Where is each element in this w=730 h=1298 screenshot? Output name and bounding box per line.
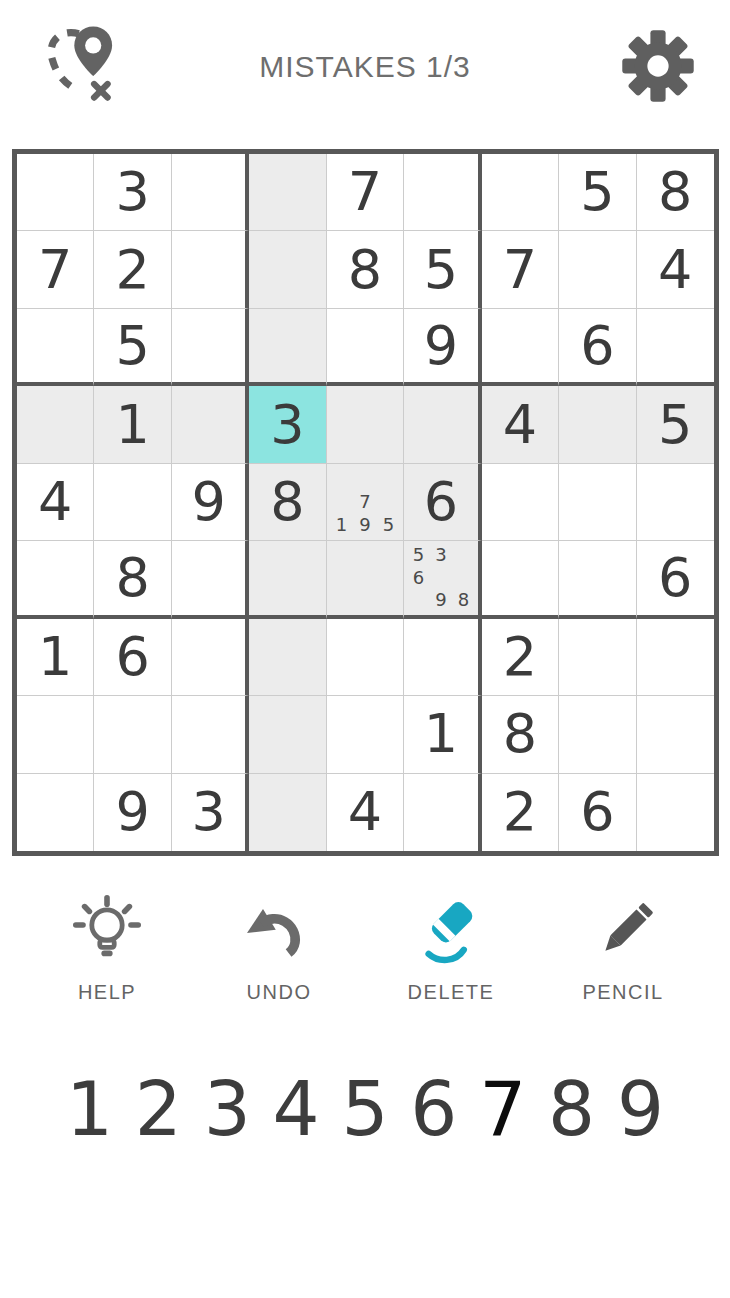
cell-r6c5[interactable]	[327, 541, 404, 618]
cell-r3c3[interactable]	[172, 309, 249, 386]
cell-r2c6[interactable]: 5	[404, 231, 481, 308]
cell-digit: 5	[115, 319, 149, 373]
cell-r4c5[interactable]	[327, 386, 404, 463]
cell-r2c2[interactable]: 2	[94, 231, 171, 308]
cell-r9c9[interactable]	[637, 774, 714, 851]
cell-r3c2[interactable]: 5	[94, 309, 171, 386]
cell-r9c4[interactable]	[249, 774, 326, 851]
cell-r4c9[interactable]: 5	[637, 386, 714, 463]
pencil-label: PENCIL	[582, 981, 663, 1004]
cell-r3c8[interactable]: 6	[559, 309, 636, 386]
cell-digit: 4	[348, 785, 382, 839]
cell-digit: 9	[424, 319, 458, 373]
pencil-icon	[583, 893, 663, 973]
pencil-button[interactable]: PENCIL	[568, 893, 678, 1004]
cell-r7c2[interactable]: 6	[94, 619, 171, 696]
cell-r7c9[interactable]	[637, 619, 714, 696]
cell-r4c1[interactable]	[17, 386, 94, 463]
cell-digit: 2	[115, 243, 149, 297]
cell-digit: 9	[191, 475, 225, 529]
cell-r8c3[interactable]	[172, 696, 249, 773]
delete-button[interactable]: DELETE	[396, 893, 506, 1004]
cell-r7c8[interactable]	[559, 619, 636, 696]
cell-digit: 6	[424, 475, 458, 529]
cell-r2c3[interactable]	[172, 231, 249, 308]
cell-r6c8[interactable]	[559, 541, 636, 618]
cell-r5c1[interactable]: 4	[17, 464, 94, 541]
cell-r4c7[interactable]: 4	[482, 386, 559, 463]
cell-r6c1[interactable]	[17, 541, 94, 618]
cell-r7c3[interactable]	[172, 619, 249, 696]
cell-r3c5[interactable]	[327, 309, 404, 386]
lightbulb-icon	[67, 893, 147, 973]
cell-r3c7[interactable]	[482, 309, 559, 386]
numpad-digit-9[interactable]: 9	[617, 1072, 664, 1146]
cell-r5c5[interactable]: 7195	[327, 464, 404, 541]
cell-r5c7[interactable]	[482, 464, 559, 541]
cell-r9c7[interactable]: 2	[482, 774, 559, 851]
cell-digit: 6	[580, 785, 614, 839]
cell-digit: 8	[658, 165, 692, 219]
numpad-digit-2[interactable]: 2	[135, 1072, 182, 1146]
cell-digit: 3	[270, 398, 304, 452]
cell-digit: 6	[658, 551, 692, 605]
undo-button[interactable]: UNDO	[224, 893, 334, 1004]
cell-r8c9[interactable]	[637, 696, 714, 773]
cell-r6c6[interactable]: 53698	[404, 541, 481, 618]
eraser-icon	[411, 893, 491, 973]
undo-arrow-icon	[239, 893, 319, 973]
delete-label: DELETE	[408, 981, 495, 1004]
cell-r9c3[interactable]: 3	[172, 774, 249, 851]
cell-digit: 6	[115, 630, 149, 684]
cell-r3c1[interactable]	[17, 309, 94, 386]
cell-r1c9[interactable]: 8	[637, 154, 714, 231]
cell-r7c5[interactable]	[327, 619, 404, 696]
cell-digit: 5	[580, 165, 614, 219]
cell-digit: 8	[503, 707, 537, 761]
cell-digit: 4	[503, 398, 537, 452]
cell-digit: 6	[580, 319, 614, 373]
cell-r9c5[interactable]: 4	[327, 774, 404, 851]
cell-digit: 4	[658, 243, 692, 297]
cell-r9c6[interactable]	[404, 774, 481, 851]
cell-r8c2[interactable]	[94, 696, 171, 773]
cell-digit: 7	[348, 165, 382, 219]
cell-digit: 1	[424, 707, 458, 761]
cell-r9c2[interactable]: 9	[94, 774, 171, 851]
cell-r7c7[interactable]: 2	[482, 619, 559, 696]
cell-r1c8[interactable]: 5	[559, 154, 636, 231]
cell-digit: 7	[503, 243, 537, 297]
cell-r9c1[interactable]	[17, 774, 94, 851]
cell-digit: 5	[424, 243, 458, 297]
cell-r7c6[interactable]	[404, 619, 481, 696]
numpad-digit-3[interactable]: 3	[204, 1072, 251, 1146]
cell-r5c3[interactable]: 9	[172, 464, 249, 541]
help-button[interactable]: HELP	[52, 893, 162, 1004]
cell-digit: 8	[115, 551, 149, 605]
numpad-digit-6[interactable]: 6	[410, 1072, 457, 1146]
cell-digit: 8	[270, 475, 304, 529]
undo-label: UNDO	[247, 981, 312, 1004]
cell-r3c4[interactable]	[249, 309, 326, 386]
cell-r2c9[interactable]: 4	[637, 231, 714, 308]
cell-r1c7[interactable]	[482, 154, 559, 231]
cell-r6c2[interactable]: 8	[94, 541, 171, 618]
cell-r4c6[interactable]	[404, 386, 481, 463]
cell-r7c4[interactable]	[249, 619, 326, 696]
cell-r7c1[interactable]: 1	[17, 619, 94, 696]
cell-digit: 4	[38, 475, 72, 529]
cell-r5c2[interactable]	[94, 464, 171, 541]
cell-r8c5[interactable]	[327, 696, 404, 773]
cell-r6c9[interactable]: 6	[637, 541, 714, 618]
cell-r8c1[interactable]	[17, 696, 94, 773]
toolbar: HELP UNDO DELETE PENCIL	[0, 893, 730, 1004]
cell-digit: 2	[503, 785, 537, 839]
cell-r6c7[interactable]	[482, 541, 559, 618]
cell-r1c1[interactable]	[17, 154, 94, 231]
cell-r8c7[interactable]: 8	[482, 696, 559, 773]
cell-r8c4[interactable]	[249, 696, 326, 773]
cell-r2c5[interactable]: 8	[327, 231, 404, 308]
cell-digit: 7	[38, 243, 72, 297]
numpad-digit-7[interactable]: 7	[479, 1072, 526, 1146]
cell-r5c6[interactable]: 6	[404, 464, 481, 541]
cell-digit: 2	[503, 630, 537, 684]
cell-r1c6[interactable]	[404, 154, 481, 231]
cell-r2c1[interactable]: 7	[17, 231, 94, 308]
cell-r1c4[interactable]	[249, 154, 326, 231]
cell-r5c9[interactable]	[637, 464, 714, 541]
cell-r3c9[interactable]	[637, 309, 714, 386]
cell-r8c6[interactable]: 1	[404, 696, 481, 773]
numpad-digit-1[interactable]: 1	[66, 1072, 113, 1146]
pencil-notes-r6c6: 53698	[407, 544, 474, 611]
cell-digit: 1	[38, 630, 72, 684]
cell-digit: 5	[658, 398, 692, 452]
cell-r4c4[interactable]: 3	[249, 386, 326, 463]
cell-r6c3[interactable]	[172, 541, 249, 618]
cell-digit: 3	[191, 785, 225, 839]
cell-r8c8[interactable]	[559, 696, 636, 773]
cell-r4c2[interactable]: 1	[94, 386, 171, 463]
cell-digit: 8	[348, 243, 382, 297]
help-label: HELP	[78, 981, 136, 1004]
cell-r4c8[interactable]	[559, 386, 636, 463]
settings-gear-icon[interactable]	[620, 28, 696, 104]
numpad-digit-5[interactable]: 5	[341, 1072, 388, 1146]
cell-r4c3[interactable]	[172, 386, 249, 463]
number-pad: 123456789	[0, 1072, 730, 1146]
numpad-digit-4[interactable]: 4	[273, 1072, 320, 1146]
cell-r1c5[interactable]: 7	[327, 154, 404, 231]
cell-r5c8[interactable]	[559, 464, 636, 541]
cell-r9c8[interactable]: 6	[559, 774, 636, 851]
cell-digit: 1	[115, 398, 149, 452]
cell-r2c4[interactable]	[249, 231, 326, 308]
cell-r2c7[interactable]: 7	[482, 231, 559, 308]
cell-r1c2[interactable]: 3	[94, 154, 171, 231]
cell-digit: 3	[115, 165, 149, 219]
pencil-notes-r5c5: 7195	[330, 467, 400, 537]
cell-digit: 9	[115, 785, 149, 839]
cell-r2c8[interactable]	[559, 231, 636, 308]
sudoku-board: 3758728574596134549871956853698616218934…	[12, 149, 719, 856]
numpad-digit-8[interactable]: 8	[548, 1072, 595, 1146]
cell-r5c4[interactable]: 8	[249, 464, 326, 541]
cell-r3c6[interactable]: 9	[404, 309, 481, 386]
cell-r6c4[interactable]	[249, 541, 326, 618]
cell-r1c3[interactable]	[172, 154, 249, 231]
